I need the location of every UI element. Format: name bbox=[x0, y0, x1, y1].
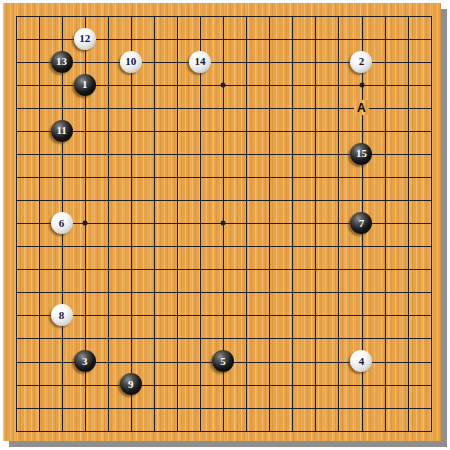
stone-black-7[interactable]: 7 bbox=[350, 212, 372, 234]
stone-number: 9 bbox=[128, 379, 134, 390]
stone-number: 15 bbox=[356, 148, 367, 159]
stone-white-2[interactable]: 2 bbox=[350, 51, 372, 73]
point-label-A: A bbox=[354, 100, 369, 115]
stone-white-10[interactable]: 10 bbox=[120, 51, 142, 73]
stone-number: 5 bbox=[220, 356, 226, 367]
stone-white-14[interactable]: 14 bbox=[189, 51, 211, 73]
go-board[interactable]: A123456789101112131415 bbox=[3, 3, 441, 441]
stone-white-8[interactable]: 8 bbox=[51, 304, 73, 326]
stone-number: 8 bbox=[59, 310, 65, 321]
stone-black-13[interactable]: 13 bbox=[51, 51, 73, 73]
stone-number: 1 bbox=[82, 79, 88, 90]
stone-number: 4 bbox=[359, 356, 365, 367]
stone-black-15[interactable]: 15 bbox=[350, 143, 372, 165]
stone-black-11[interactable]: 11 bbox=[51, 120, 73, 142]
stone-black-3[interactable]: 3 bbox=[74, 350, 96, 372]
stone-number: 12 bbox=[79, 33, 90, 44]
stone-black-9[interactable]: 9 bbox=[120, 373, 142, 395]
stone-number: 13 bbox=[56, 56, 67, 67]
stone-number: 3 bbox=[82, 356, 88, 367]
stone-number: 2 bbox=[359, 56, 365, 67]
stone-white-4[interactable]: 4 bbox=[350, 350, 372, 372]
intersection-grid: A123456789101112131415 bbox=[4, 4, 441, 441]
stone-number: 11 bbox=[56, 125, 66, 136]
stone-number: 6 bbox=[59, 218, 65, 229]
go-diagram-page: A123456789101112131415 bbox=[0, 0, 450, 450]
stone-number: 7 bbox=[359, 218, 365, 229]
stone-white-6[interactable]: 6 bbox=[51, 212, 73, 234]
stone-black-5[interactable]: 5 bbox=[212, 350, 234, 372]
stone-number: 10 bbox=[125, 56, 136, 67]
stone-black-1[interactable]: 1 bbox=[74, 74, 96, 96]
point-label-text: A bbox=[357, 102, 366, 114]
stone-number: 14 bbox=[194, 56, 205, 67]
stone-white-12[interactable]: 12 bbox=[74, 28, 96, 50]
